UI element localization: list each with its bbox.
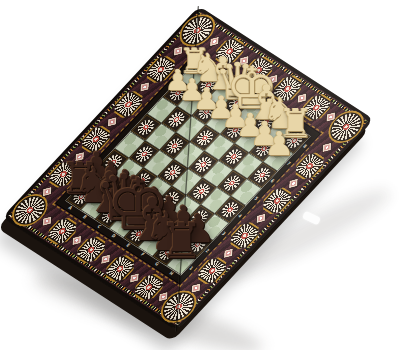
- photo-scene: ABCDEFGH12345678 ♜♞♟♝♟♛♟♚♟♝♟♞♟♜♟♟♟♟♜♟♞♟♝…: [0, 0, 400, 350]
